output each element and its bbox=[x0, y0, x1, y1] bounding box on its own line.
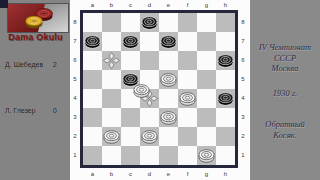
file-label: d bbox=[140, 0, 159, 10]
opening-line: Косяк. bbox=[250, 130, 320, 141]
file-labels-bottom: abcdefgh bbox=[83, 169, 235, 179]
white-man-f4[interactable] bbox=[178, 89, 197, 108]
opening-caption: Обратный Косяк. bbox=[250, 119, 320, 141]
rank-labels-right: 87654321 bbox=[238, 13, 248, 165]
black-man-h6[interactable] bbox=[216, 51, 235, 70]
right-sidebar: IV Чемпионат СССР Москва 1930 г. Обратны… bbox=[250, 0, 320, 180]
file-label: h bbox=[216, 0, 235, 10]
event-year: 1930 г. bbox=[250, 88, 320, 98]
file-label: e bbox=[159, 169, 178, 179]
file-label: e bbox=[159, 0, 178, 10]
event-line: Москва bbox=[250, 63, 320, 74]
player-bottom-name: Л. Глезер bbox=[5, 107, 36, 114]
moving-white-man[interactable] bbox=[132, 81, 151, 100]
white-man-g1[interactable] bbox=[197, 146, 216, 165]
event-line: СССР bbox=[250, 53, 320, 64]
file-label: f bbox=[178, 169, 197, 179]
rank-label: 7 bbox=[70, 32, 80, 51]
board-frame bbox=[80, 10, 238, 168]
rank-label: 3 bbox=[70, 108, 80, 127]
rank-label: 1 bbox=[70, 146, 80, 165]
rank-label: 7 bbox=[238, 32, 248, 51]
opening-line: Обратный bbox=[250, 119, 320, 130]
black-man-c7[interactable] bbox=[121, 32, 140, 51]
dama-okulu-logo bbox=[8, 4, 68, 32]
logo-checkers-icon bbox=[8, 4, 68, 32]
board-overlay bbox=[83, 13, 235, 165]
rank-label: 2 bbox=[70, 127, 80, 146]
rank-label: 3 bbox=[238, 108, 248, 127]
black-man-e7[interactable] bbox=[159, 32, 178, 51]
rank-label: 4 bbox=[70, 89, 80, 108]
file-label: c bbox=[121, 169, 140, 179]
corner-decoration bbox=[0, 0, 8, 8]
file-label: f bbox=[178, 0, 197, 10]
file-label: a bbox=[83, 0, 102, 10]
file-label: g bbox=[197, 0, 216, 10]
move-marker-b6 bbox=[102, 51, 121, 70]
player-top-row: Д. Шебедев 2 bbox=[5, 61, 57, 68]
rank-label: 8 bbox=[70, 13, 80, 32]
board-area: abcdefgh 87654321 87654321 abcdefgh bbox=[70, 0, 250, 180]
rank-label: 5 bbox=[238, 70, 248, 89]
rank-label: 6 bbox=[70, 51, 80, 70]
rank-label: 5 bbox=[70, 70, 80, 89]
player-bottom-row: Л. Глезер 0 bbox=[5, 107, 57, 114]
file-label: b bbox=[102, 169, 121, 179]
event-caption: IV Чемпионат СССР Москва bbox=[250, 42, 320, 74]
logo-text: Dama Okulu bbox=[3, 32, 68, 42]
player-bottom-score: 0 bbox=[53, 107, 57, 114]
rank-label: 4 bbox=[238, 89, 248, 108]
file-label: d bbox=[140, 169, 159, 179]
rank-label: 6 bbox=[238, 51, 248, 70]
file-label: g bbox=[197, 169, 216, 179]
black-man-h4[interactable] bbox=[216, 89, 235, 108]
player-top-score: 2 bbox=[53, 61, 57, 68]
white-man-d2[interactable] bbox=[140, 127, 159, 146]
left-sidebar: Dama Okulu Д. Шебедев 2 Л. Глезер 0 bbox=[0, 0, 70, 180]
player-top-name: Д. Шебедев bbox=[5, 61, 43, 68]
file-label: b bbox=[102, 0, 121, 10]
file-label: h bbox=[216, 169, 235, 179]
file-label: a bbox=[83, 169, 102, 179]
white-man-e5[interactable] bbox=[159, 70, 178, 89]
white-man-b2[interactable] bbox=[102, 127, 121, 146]
event-line: IV Чемпионат bbox=[250, 42, 320, 53]
rank-label: 1 bbox=[238, 146, 248, 165]
black-man-a7[interactable] bbox=[83, 32, 102, 51]
file-labels-top: abcdefgh bbox=[83, 0, 235, 10]
black-man-d8[interactable] bbox=[140, 13, 159, 32]
rank-label: 8 bbox=[238, 13, 248, 32]
white-man-e3[interactable] bbox=[159, 108, 178, 127]
rank-label: 2 bbox=[238, 127, 248, 146]
file-label: c bbox=[121, 0, 140, 10]
rank-labels-left: 87654321 bbox=[70, 13, 80, 165]
